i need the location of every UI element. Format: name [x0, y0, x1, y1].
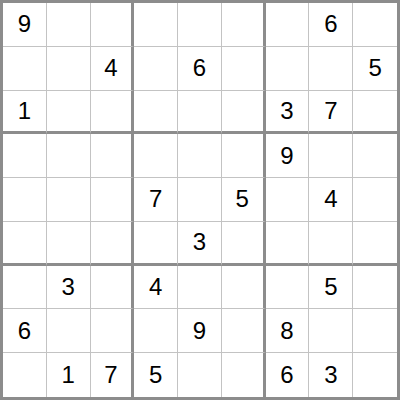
cell-r2c6[interactable]: [222, 47, 266, 91]
cell-r2c3[interactable]: 4: [91, 47, 135, 91]
cell-r3c1[interactable]: 1: [3, 91, 47, 135]
cell-r6c7[interactable]: [266, 222, 310, 266]
cell-r1c5[interactable]: [178, 3, 222, 47]
cell-r8c5[interactable]: 9: [178, 309, 222, 353]
cell-r5c7[interactable]: [266, 178, 310, 222]
cell-r9c2[interactable]: 1: [47, 353, 91, 397]
cell-r6c1[interactable]: [3, 222, 47, 266]
cell-r5c2[interactable]: [47, 178, 91, 222]
cell-r9c8[interactable]: 3: [309, 353, 353, 397]
cell-r5c5[interactable]: [178, 178, 222, 222]
cell-r8c7[interactable]: 8: [266, 309, 310, 353]
cell-r8c4[interactable]: [134, 309, 178, 353]
cell-r3c9[interactable]: [353, 91, 397, 135]
cell-r2c2[interactable]: [47, 47, 91, 91]
cell-r4c2[interactable]: [47, 134, 91, 178]
sudoku-board: 964651379754334569817563: [0, 0, 400, 400]
cell-r6c6[interactable]: [222, 222, 266, 266]
cell-r9c9[interactable]: [353, 353, 397, 397]
cell-r7c4[interactable]: 4: [134, 266, 178, 310]
cell-r5c8[interactable]: 4: [309, 178, 353, 222]
cell-r2c7[interactable]: [266, 47, 310, 91]
cell-r7c6[interactable]: [222, 266, 266, 310]
cell-r9c4[interactable]: 5: [134, 353, 178, 397]
cell-r5c4[interactable]: 7: [134, 178, 178, 222]
cell-r3c3[interactable]: [91, 91, 135, 135]
cell-r9c6[interactable]: [222, 353, 266, 397]
cell-r4c8[interactable]: [309, 134, 353, 178]
cell-r6c4[interactable]: [134, 222, 178, 266]
cell-r3c2[interactable]: [47, 91, 91, 135]
cell-r1c1[interactable]: 9: [3, 3, 47, 47]
cell-r7c7[interactable]: [266, 266, 310, 310]
cell-r2c4[interactable]: [134, 47, 178, 91]
cell-r8c3[interactable]: [91, 309, 135, 353]
cell-r5c3[interactable]: [91, 178, 135, 222]
cell-r4c4[interactable]: [134, 134, 178, 178]
cell-r2c1[interactable]: [3, 47, 47, 91]
cell-r7c1[interactable]: [3, 266, 47, 310]
cell-r7c8[interactable]: 5: [309, 266, 353, 310]
cell-r1c8[interactable]: 6: [309, 3, 353, 47]
cell-r7c3[interactable]: [91, 266, 135, 310]
cell-r4c7[interactable]: 9: [266, 134, 310, 178]
cell-r1c3[interactable]: [91, 3, 135, 47]
cell-r8c9[interactable]: [353, 309, 397, 353]
cell-r4c9[interactable]: [353, 134, 397, 178]
cell-r5c6[interactable]: 5: [222, 178, 266, 222]
cell-r4c6[interactable]: [222, 134, 266, 178]
cell-r3c4[interactable]: [134, 91, 178, 135]
cell-r6c9[interactable]: [353, 222, 397, 266]
cell-r3c8[interactable]: 7: [309, 91, 353, 135]
cell-r9c3[interactable]: 7: [91, 353, 135, 397]
cell-r4c1[interactable]: [3, 134, 47, 178]
cell-r3c6[interactable]: [222, 91, 266, 135]
cell-r9c5[interactable]: [178, 353, 222, 397]
cell-r1c6[interactable]: [222, 3, 266, 47]
cell-r7c2[interactable]: 3: [47, 266, 91, 310]
cell-r5c1[interactable]: [3, 178, 47, 222]
cell-r4c3[interactable]: [91, 134, 135, 178]
cell-r9c1[interactable]: [3, 353, 47, 397]
cell-r1c7[interactable]: [266, 3, 310, 47]
cell-r2c5[interactable]: 6: [178, 47, 222, 91]
cell-r1c2[interactable]: [47, 3, 91, 47]
cell-r8c2[interactable]: [47, 309, 91, 353]
cell-r1c9[interactable]: [353, 3, 397, 47]
cell-r6c2[interactable]: [47, 222, 91, 266]
cell-r8c1[interactable]: 6: [3, 309, 47, 353]
cell-r8c6[interactable]: [222, 309, 266, 353]
cell-r8c8[interactable]: [309, 309, 353, 353]
cell-r4c5[interactable]: [178, 134, 222, 178]
cell-r7c9[interactable]: [353, 266, 397, 310]
cell-r2c9[interactable]: 5: [353, 47, 397, 91]
cell-r6c5[interactable]: 3: [178, 222, 222, 266]
cell-r3c5[interactable]: [178, 91, 222, 135]
cell-r5c9[interactable]: [353, 178, 397, 222]
cell-r7c5[interactable]: [178, 266, 222, 310]
cell-r6c8[interactable]: [309, 222, 353, 266]
cell-r3c7[interactable]: 3: [266, 91, 310, 135]
cell-r9c7[interactable]: 6: [266, 353, 310, 397]
cell-r1c4[interactable]: [134, 3, 178, 47]
cell-r2c8[interactable]: [309, 47, 353, 91]
cell-r6c3[interactable]: [91, 222, 135, 266]
